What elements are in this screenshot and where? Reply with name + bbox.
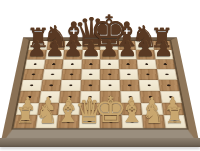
piece-white-rook-a1[interactable]: ♜ (15, 105, 35, 127)
piece-white-knight-g1[interactable]: ♞ (142, 102, 164, 127)
piece-white-rook-h1[interactable]: ♜ (165, 105, 185, 127)
piece-black-pawn-e7[interactable]: ♟ (99, 38, 118, 60)
chessboard-photo: ♜♞♝♛♚♝♞♜♟♟♟♟♟♟♟♟♟♟♟♟♟♟♟♟♜♞♝♛♚♝♞♜ (0, 0, 200, 151)
board-front-edge (0, 138, 200, 147)
piece-black-pawn-a7[interactable]: ♟ (27, 38, 46, 60)
piece-black-pawn-g7[interactable]: ♟ (136, 38, 155, 60)
piece-black-pawn-f7[interactable]: ♟ (117, 38, 136, 60)
piece-black-pawn-h7[interactable]: ♟ (154, 38, 173, 60)
piece-black-pawn-d7[interactable]: ♟ (81, 38, 100, 60)
piece-black-pawn-b7[interactable]: ♟ (45, 38, 64, 60)
piece-black-pawn-c7[interactable]: ♟ (63, 38, 82, 60)
piece-white-bishop-f1[interactable]: ♝ (119, 99, 144, 127)
pieces-layer: ♜♞♝♛♚♝♞♜♟♟♟♟♟♟♟♟♟♟♟♟♟♟♟♟♜♞♝♛♚♝♞♜ (0, 0, 200, 151)
